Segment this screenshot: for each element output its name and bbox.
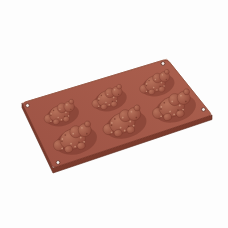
corner-hole [56, 161, 60, 165]
corner-hole [161, 62, 165, 66]
corner-hole [26, 104, 30, 108]
product-photo [0, 0, 228, 228]
mould-image [0, 0, 228, 228]
corner-hole [202, 108, 206, 112]
